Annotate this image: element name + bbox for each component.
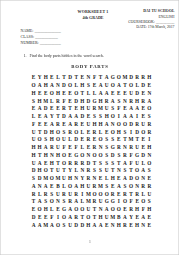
grid-cell: O [146, 105, 152, 113]
grid-cell: R [146, 128, 152, 136]
grid-cell: R [146, 120, 152, 128]
student-info-block: NAME: _______________ CLASS: ___________… [21, 28, 61, 47]
grid-cell: U [146, 190, 152, 198]
worksheet-page: WORKSHEET 1 4th GRADE DAI TU SCHOOL ENGL… [0, 0, 179, 255]
number-blank: ____________ [40, 41, 61, 46]
page-number: 1 [1, 240, 180, 245]
date-line: DATE: 17th March, 2017 [114, 24, 175, 29]
school-heading: DAI TU SCHOOL ENGLISH COURSEBOOK: ______… [114, 9, 175, 30]
grid-cell: E [146, 81, 152, 89]
grid-cell: H [146, 74, 152, 82]
task-text: Find the body parts hidden in the word s… [30, 54, 104, 59]
grid-cell: E [146, 213, 152, 221]
task-number: 1. [24, 54, 27, 59]
grid-cell: O [146, 159, 152, 167]
worksheet-page-wrap: WORKSHEET 1 4th GRADE DAI TU SCHOOL ENGL… [0, 0, 180, 256]
grid-cell: H [146, 205, 152, 213]
grid-cell: A [146, 97, 152, 105]
number-label: NUMBER: [21, 41, 39, 46]
grid-cell: E [146, 174, 152, 182]
name-label: NAME: [21, 28, 34, 33]
word-search-grid: EYHELTDTENFTAGOMDRRHOAHANDOLHSEAUOATOLDE… [31, 74, 153, 229]
grid-cell: H [146, 143, 152, 151]
grid-cell: S [146, 167, 152, 175]
class-blank: _____________ [35, 34, 58, 39]
grid-cell: I [146, 136, 152, 144]
name-blank: _______________ [34, 28, 60, 33]
grid-cell: R [146, 182, 152, 190]
grid-cell: S [146, 198, 152, 206]
grid-cell: E [146, 221, 152, 229]
task-instruction: 1.Find the body parts hidden in the word… [24, 54, 104, 59]
class-label: CLASS: [21, 34, 35, 39]
number-field: NUMBER: ____________ [21, 40, 61, 46]
name-field: NAME: _______________ [21, 28, 61, 34]
grid-cell: N [146, 89, 152, 97]
grid-cell: S [146, 112, 152, 120]
puzzle-title: BODY PARTS [1, 64, 180, 69]
grid-cell: N [146, 151, 152, 159]
